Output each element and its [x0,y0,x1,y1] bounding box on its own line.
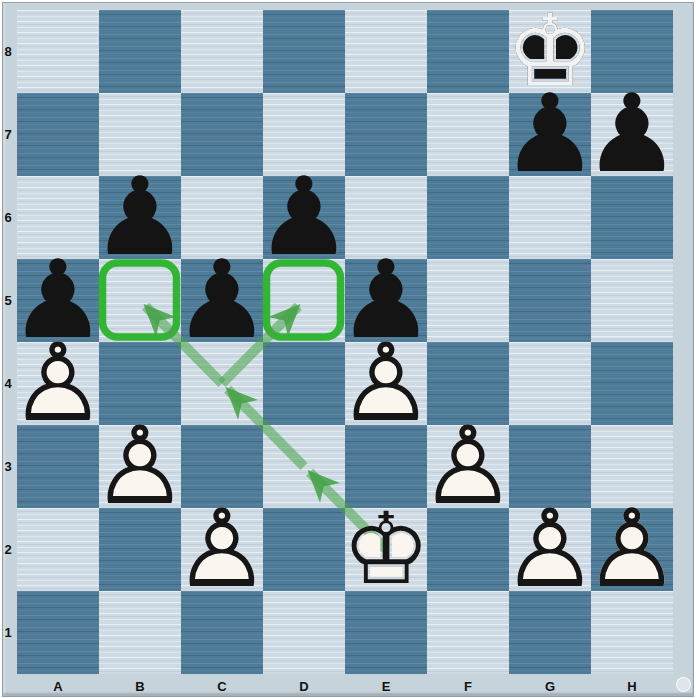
white-pawn-outline: ♙ [345,341,427,424]
file-label-c: C [181,676,263,696]
white-pawn-outline: ♙ [99,424,181,507]
piece-white-pawn-e4[interactable]: ♟♙ [345,342,427,425]
rank-label-2: 2 [0,508,16,591]
square-e8[interactable] [345,10,427,93]
square-d3[interactable] [263,425,345,508]
black-pawn-glyph: ♟ [99,175,181,258]
white-pawn-outline: ♙ [427,424,509,507]
rank-label-4: 4 [0,342,16,425]
black-pawn-glyph: ♟ [263,175,345,258]
square-h5[interactable] [591,259,673,342]
square-e7[interactable] [345,93,427,176]
square-f6[interactable] [427,176,509,259]
white-pawn-outline: ♙ [17,341,99,424]
piece-black-pawn-c5[interactable]: ♟ [181,259,263,342]
piece-white-pawn-h2[interactable]: ♟♙ [591,508,673,591]
square-b1[interactable] [99,591,181,674]
piece-white-pawn-f3[interactable]: ♟♙ [427,425,509,508]
square-d8[interactable] [263,10,345,93]
square-c7[interactable] [181,93,263,176]
white-king-outline: ♔ [345,507,427,590]
black-pawn-glyph: ♟ [509,92,591,175]
square-c8[interactable] [181,10,263,93]
watermark-dot [676,677,691,692]
file-label-d: D [263,676,345,696]
file-label-f: F [427,676,509,696]
square-a7[interactable] [17,93,99,176]
square-g4[interactable] [509,342,591,425]
file-label-g: G [509,676,591,696]
piece-white-pawn-b3[interactable]: ♟♙ [99,425,181,508]
square-h4[interactable] [591,342,673,425]
square-b8[interactable] [99,10,181,93]
square-d4[interactable] [263,342,345,425]
square-a2[interactable] [17,508,99,591]
square-f5[interactable] [427,259,509,342]
rank-label-3: 3 [0,425,16,508]
white-pawn-outline: ♙ [181,507,263,590]
piece-black-pawn-h7[interactable]: ♟ [591,93,673,176]
piece-black-pawn-g7[interactable]: ♟ [509,93,591,176]
square-d1[interactable] [263,591,345,674]
piece-black-pawn-d6[interactable]: ♟ [263,176,345,259]
rank-label-5: 5 [0,259,16,342]
file-label-h: H [591,676,673,696]
white-pawn-outline: ♙ [509,507,591,590]
square-f7[interactable] [427,93,509,176]
piece-white-pawn-a4[interactable]: ♟♙ [17,342,99,425]
chess-diagram: ♚♔♟♟♟♟♟♟♟♟♙♟♙♟♙♟♙♟♙♚♔♟♙♟♙ 87654321ABCDEF… [0,0,696,698]
file-label-e: E [345,676,427,696]
rank-label-7: 7 [0,93,16,176]
piece-black-pawn-b6[interactable]: ♟ [99,176,181,259]
file-label-b: B [99,676,181,696]
square-f1[interactable] [427,591,509,674]
rank-label-1: 1 [0,591,16,674]
piece-white-pawn-c2[interactable]: ♟♙ [181,508,263,591]
file-label-a: A [17,676,99,696]
white-pawn-outline: ♙ [591,507,673,590]
black-pawn-glyph: ♟ [181,258,263,341]
square-g5[interactable] [509,259,591,342]
square-f8[interactable] [427,10,509,93]
square-d2[interactable] [263,508,345,591]
piece-white-pawn-g2[interactable]: ♟♙ [509,508,591,591]
square-a1[interactable] [17,591,99,674]
black-pawn-glyph: ♟ [591,92,673,175]
rank-label-8: 8 [0,10,16,93]
rank-label-6: 6 [0,176,16,259]
square-a8[interactable] [17,10,99,93]
piece-white-king-e2[interactable]: ♚♔ [345,508,427,591]
